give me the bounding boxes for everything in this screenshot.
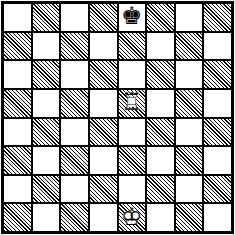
square-d2[interactable] [90,176,117,203]
square-c4[interactable] [61,119,88,146]
square-g4[interactable] [176,119,203,146]
square-e1[interactable]: ♚♔ [119,204,146,231]
square-h8[interactable] [204,4,231,31]
square-c7[interactable] [61,33,88,60]
square-d8[interactable] [90,4,117,31]
square-e2[interactable] [119,176,146,203]
square-f1[interactable] [147,204,174,231]
chess-diagram: ♚♜♖♚♔ [0,0,235,235]
square-g3[interactable] [176,147,203,174]
square-c5[interactable] [61,90,88,117]
board-frame: ♚♜♖♚♔ [1,1,234,234]
square-a8[interactable] [4,4,31,31]
square-a2[interactable] [4,176,31,203]
square-e8[interactable]: ♚ [119,4,146,31]
square-b3[interactable] [33,147,60,174]
square-b7[interactable] [33,33,60,60]
chess-board: ♚♜♖♚♔ [4,4,231,231]
square-f4[interactable] [147,119,174,146]
square-e6[interactable] [119,61,146,88]
square-c6[interactable] [61,61,88,88]
square-d5[interactable] [90,90,117,117]
square-e4[interactable] [119,119,146,146]
square-g5[interactable] [176,90,203,117]
square-a4[interactable] [4,119,31,146]
square-f2[interactable] [147,176,174,203]
white-king-piece[interactable]: ♚♔ [119,204,146,231]
square-h4[interactable] [204,119,231,146]
white-king-glyph: ♔ [121,205,143,229]
square-h6[interactable] [204,61,231,88]
square-b6[interactable] [33,61,60,88]
white-rook-piece[interactable]: ♜♖ [119,90,146,117]
square-h2[interactable] [204,176,231,203]
square-h1[interactable] [204,204,231,231]
square-a5[interactable] [4,90,31,117]
square-a7[interactable] [4,33,31,60]
square-d7[interactable] [90,33,117,60]
square-f8[interactable] [147,4,174,31]
square-g6[interactable] [176,61,203,88]
square-d6[interactable] [90,61,117,88]
square-d1[interactable] [90,204,117,231]
square-f6[interactable] [147,61,174,88]
square-c2[interactable] [61,176,88,203]
square-a3[interactable] [4,147,31,174]
square-e3[interactable] [119,147,146,174]
black-king-piece[interactable]: ♚ [119,4,146,31]
square-e5[interactable]: ♜♖ [119,90,146,117]
square-g8[interactable] [176,4,203,31]
square-e7[interactable] [119,33,146,60]
square-b5[interactable] [33,90,60,117]
square-d4[interactable] [90,119,117,146]
square-h7[interactable] [204,33,231,60]
square-c3[interactable] [61,147,88,174]
square-h5[interactable] [204,90,231,117]
square-c8[interactable] [61,4,88,31]
square-a6[interactable] [4,61,31,88]
square-g7[interactable] [176,33,203,60]
square-a1[interactable] [4,204,31,231]
square-c1[interactable] [61,204,88,231]
square-b8[interactable] [33,4,60,31]
square-b2[interactable] [33,176,60,203]
square-g1[interactable] [176,204,203,231]
square-f3[interactable] [147,147,174,174]
square-b1[interactable] [33,204,60,231]
black-king-glyph: ♚ [121,4,143,28]
square-g2[interactable] [176,176,203,203]
white-rook-glyph: ♖ [121,90,143,114]
square-d3[interactable] [90,147,117,174]
square-b4[interactable] [33,119,60,146]
square-h3[interactable] [204,147,231,174]
square-f5[interactable] [147,90,174,117]
square-f7[interactable] [147,33,174,60]
